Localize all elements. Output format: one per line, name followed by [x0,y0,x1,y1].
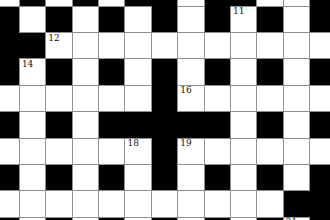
black-cell [205,0,230,6]
white-cell[interactable] [152,33,177,58]
black-cell [46,59,71,84]
clue-number: 18 [127,139,138,148]
white-cell[interactable] [231,112,256,137]
black-cell [231,0,256,6]
black-cell [178,112,203,137]
white-cell[interactable]: 11 [231,7,256,32]
black-cell [152,86,177,111]
black-cell [152,59,177,84]
black-cell [152,112,177,137]
white-cell[interactable] [178,7,203,32]
white-cell[interactable] [125,86,150,111]
white-cell[interactable] [0,139,19,164]
white-cell[interactable] [284,139,309,164]
white-cell[interactable] [257,0,282,6]
black-cell [20,33,45,58]
white-cell[interactable] [125,191,150,216]
white-cell[interactable] [73,112,98,137]
white-cell[interactable] [20,86,45,111]
black-cell [310,165,330,190]
black-cell [46,7,71,32]
white-cell[interactable] [73,59,98,84]
black-cell [257,218,282,220]
white-cell[interactable] [284,112,309,137]
white-cell[interactable]: 19 [178,139,203,164]
white-cell[interactable] [0,191,19,216]
black-cell [205,218,230,220]
clue-number: 19 [180,139,191,148]
white-cell[interactable] [284,59,309,84]
white-cell[interactable] [20,112,45,137]
white-cell[interactable] [178,59,203,84]
white-cell[interactable] [257,33,282,58]
black-cell [284,191,309,216]
black-cell [99,112,124,137]
white-cell[interactable] [257,191,282,216]
white-cell[interactable] [205,33,230,58]
clue-number: 16 [180,86,191,95]
black-cell [0,33,19,58]
white-cell[interactable] [73,218,98,220]
black-cell [257,112,282,137]
white-cell[interactable] [0,86,19,111]
white-cell[interactable] [20,165,45,190]
white-cell[interactable] [125,33,150,58]
crossword-grid: 11121416181921 [0,0,330,220]
black-cell [46,112,71,137]
white-cell[interactable] [125,59,150,84]
white-cell[interactable] [257,139,282,164]
white-cell[interactable] [20,7,45,32]
black-cell [99,218,124,220]
white-cell[interactable] [73,33,98,58]
white-cell[interactable] [231,165,256,190]
black-cell [310,191,330,216]
white-cell[interactable] [99,33,124,58]
white-cell[interactable] [284,165,309,190]
white-cell[interactable] [73,191,98,216]
black-cell [152,0,177,6]
clue-number: 12 [48,34,59,43]
white-cell[interactable] [125,218,150,220]
white-cell[interactable] [99,0,124,6]
black-cell [20,0,45,6]
black-cell [73,0,98,6]
white-cell[interactable] [99,139,124,164]
black-cell [205,165,230,190]
white-cell[interactable] [231,33,256,58]
white-cell[interactable] [231,139,256,164]
black-cell [152,165,177,190]
black-cell [99,59,124,84]
white-cell[interactable] [73,7,98,32]
black-cell [46,165,71,190]
black-cell [257,165,282,190]
white-cell[interactable]: 18 [125,139,150,164]
black-cell [99,165,124,190]
white-cell[interactable] [205,139,230,164]
white-cell[interactable] [284,86,309,111]
white-cell[interactable] [178,165,203,190]
white-cell[interactable] [310,86,330,111]
white-cell[interactable] [46,86,71,111]
white-cell[interactable] [178,33,203,58]
white-cell[interactable] [125,165,150,190]
white-cell[interactable] [178,191,203,216]
white-cell[interactable] [125,7,150,32]
white-cell[interactable] [99,86,124,111]
crossword-board: 11121416181921 [0,0,330,220]
white-cell[interactable] [152,191,177,216]
white-cell[interactable] [310,139,330,164]
black-cell [46,218,71,220]
white-cell[interactable] [284,7,309,32]
clue-number: 11 [233,7,244,16]
white-cell[interactable] [205,86,230,111]
black-cell [99,7,124,32]
black-cell [152,139,177,164]
black-cell [0,218,19,220]
white-cell[interactable] [178,0,203,6]
white-cell[interactable]: 16 [178,86,203,111]
white-cell[interactable] [46,139,71,164]
black-cell [125,0,150,6]
black-cell [0,112,19,137]
white-cell[interactable] [231,218,256,220]
white-cell[interactable] [231,86,256,111]
white-cell[interactable] [0,0,19,6]
white-cell[interactable] [178,218,203,220]
black-cell [310,112,330,137]
white-cell[interactable] [99,191,124,216]
white-cell[interactable] [20,218,45,220]
white-cell[interactable]: 14 [20,59,45,84]
black-cell [310,218,330,220]
black-cell [310,59,330,84]
black-cell [152,7,177,32]
white-cell[interactable] [257,86,282,111]
white-cell[interactable] [231,59,256,84]
black-cell [0,165,19,190]
white-cell[interactable] [73,165,98,190]
white-cell[interactable]: 12 [46,33,71,58]
white-cell[interactable] [20,191,45,216]
black-cell [0,59,19,84]
black-cell [310,0,330,6]
white-cell[interactable] [46,191,71,216]
white-cell[interactable] [73,86,98,111]
white-cell[interactable]: 21 [284,218,309,220]
white-cell[interactable] [205,191,230,216]
black-cell [0,7,19,32]
black-cell [205,112,230,137]
clue-number: 14 [22,60,33,69]
white-cell[interactable] [284,0,309,6]
black-cell [152,218,177,220]
black-cell [257,7,282,32]
black-cell [257,59,282,84]
black-cell [310,7,330,32]
white-cell[interactable] [46,0,71,6]
black-cell [205,7,230,32]
black-cell [205,59,230,84]
white-cell[interactable] [73,139,98,164]
clue-number: 21 [286,218,297,220]
white-cell[interactable] [20,139,45,164]
white-cell[interactable] [231,191,256,216]
white-cell[interactable] [284,33,309,58]
white-cell[interactable] [310,33,330,58]
black-cell [125,112,150,137]
